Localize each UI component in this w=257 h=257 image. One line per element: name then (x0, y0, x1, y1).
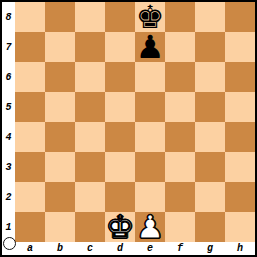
square-a5[interactable] (15, 92, 45, 122)
square-g1[interactable] (195, 212, 225, 242)
square-b8[interactable] (45, 2, 75, 32)
file-label-e: e (135, 242, 165, 255)
square-h3[interactable] (225, 152, 255, 182)
square-h1[interactable] (225, 212, 255, 242)
square-c7[interactable] (75, 32, 105, 62)
square-h4[interactable] (225, 122, 255, 152)
square-h5[interactable] (225, 92, 255, 122)
square-b2[interactable] (45, 182, 75, 212)
square-e4[interactable] (135, 122, 165, 152)
square-a6[interactable] (15, 62, 45, 92)
square-f2[interactable] (165, 182, 195, 212)
rank-label-8: 8 (2, 2, 15, 32)
file-label-f: f (165, 242, 195, 255)
rank-label-3: 3 (2, 152, 15, 182)
square-d4[interactable] (105, 122, 135, 152)
rank-label-5: 5 (2, 92, 15, 122)
square-b5[interactable] (45, 92, 75, 122)
file-label-c: c (75, 242, 105, 255)
file-label-g: g (195, 242, 225, 255)
square-g2[interactable] (195, 182, 225, 212)
file-label-b: b (45, 242, 75, 255)
rank-label-6: 6 (2, 62, 15, 92)
square-a8[interactable] (15, 2, 45, 32)
square-a2[interactable] (15, 182, 45, 212)
square-f6[interactable] (165, 62, 195, 92)
square-d6[interactable] (105, 62, 135, 92)
square-c2[interactable] (75, 182, 105, 212)
rank-label-2: 2 (2, 182, 15, 212)
square-c8[interactable] (75, 2, 105, 32)
square-g7[interactable] (195, 32, 225, 62)
square-a7[interactable] (15, 32, 45, 62)
square-h6[interactable] (225, 62, 255, 92)
file-label-a: a (15, 242, 45, 255)
square-d1[interactable]: ♚ (105, 212, 135, 242)
square-e3[interactable] (135, 152, 165, 182)
square-d3[interactable] (105, 152, 135, 182)
square-f4[interactable] (165, 122, 195, 152)
square-a4[interactable] (15, 122, 45, 152)
file-label-h: h (225, 242, 255, 255)
square-f7[interactable] (165, 32, 195, 62)
square-e1[interactable]: ♟ (135, 212, 165, 242)
square-b6[interactable] (45, 62, 75, 92)
square-f3[interactable] (165, 152, 195, 182)
square-d5[interactable] (105, 92, 135, 122)
square-e7[interactable]: ♟ (135, 32, 165, 62)
square-h7[interactable] (225, 32, 255, 62)
rank-label-4: 4 (2, 122, 15, 152)
square-e6[interactable] (135, 62, 165, 92)
square-h8[interactable] (225, 2, 255, 32)
black-pawn-piece[interactable]: ♟ (136, 31, 165, 63)
square-a1[interactable] (15, 212, 45, 242)
square-b4[interactable] (45, 122, 75, 152)
white-to-move-indicator-icon (3, 237, 16, 250)
square-c5[interactable] (75, 92, 105, 122)
square-b7[interactable] (45, 32, 75, 62)
file-label-d: d (105, 242, 135, 255)
chess-board[interactable]: ♚♟♚♟ (15, 2, 255, 242)
square-f5[interactable] (165, 92, 195, 122)
rank-label-7: 7 (2, 32, 15, 62)
square-f1[interactable] (165, 212, 195, 242)
square-d8[interactable] (105, 2, 135, 32)
white-king-piece[interactable]: ♚ (106, 211, 135, 243)
square-c4[interactable] (75, 122, 105, 152)
square-g5[interactable] (195, 92, 225, 122)
square-g8[interactable] (195, 2, 225, 32)
square-b1[interactable] (45, 212, 75, 242)
square-d7[interactable] (105, 32, 135, 62)
chess-diagram: 87654321 ♚♟♚♟ abcdefgh (0, 0, 257, 257)
square-g6[interactable] (195, 62, 225, 92)
file-labels-row: abcdefgh (15, 242, 255, 255)
square-h2[interactable] (225, 182, 255, 212)
rank-labels-column: 87654321 (2, 2, 15, 242)
square-b3[interactable] (45, 152, 75, 182)
square-e5[interactable] (135, 92, 165, 122)
square-a3[interactable] (15, 152, 45, 182)
square-c3[interactable] (75, 152, 105, 182)
square-g3[interactable] (195, 152, 225, 182)
square-g4[interactable] (195, 122, 225, 152)
square-c1[interactable] (75, 212, 105, 242)
square-c6[interactable] (75, 62, 105, 92)
white-pawn-piece[interactable]: ♟ (136, 211, 165, 243)
board-corner (2, 242, 15, 255)
square-f8[interactable] (165, 2, 195, 32)
